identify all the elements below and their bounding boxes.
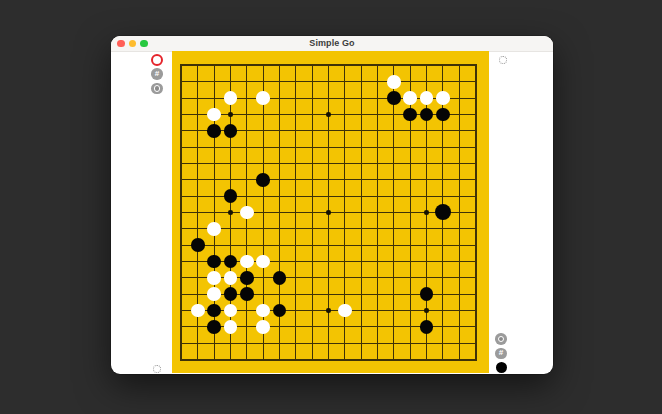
star-point	[228, 112, 233, 117]
minimize-button[interactable]	[129, 40, 137, 48]
black-stone[interactable]	[273, 304, 287, 318]
white-player-ring-icon[interactable]	[151, 54, 164, 67]
black-stone[interactable]	[207, 255, 221, 269]
zoom-button[interactable]	[140, 40, 148, 48]
white-stone[interactable]	[207, 108, 221, 122]
white-stone[interactable]	[240, 255, 254, 269]
star-point	[326, 210, 331, 215]
black-stone[interactable]	[436, 108, 450, 122]
white-stone[interactable]	[207, 222, 221, 236]
star-point	[326, 112, 331, 117]
black-stone[interactable]	[191, 238, 205, 252]
white-stone[interactable]	[256, 320, 270, 334]
white-stone[interactable]	[403, 91, 417, 105]
black-stone[interactable]	[240, 287, 254, 301]
target-icon-inner-ring	[154, 85, 161, 92]
black-stone[interactable]	[420, 108, 434, 122]
white-stone[interactable]	[224, 304, 238, 318]
black-stone[interactable]	[207, 304, 221, 318]
star-point	[228, 210, 233, 215]
target-icon-left[interactable]	[151, 83, 163, 95]
close-button[interactable]	[117, 40, 125, 48]
desktop-background: Simple Go # #	[0, 0, 662, 414]
black-stone[interactable]	[256, 173, 270, 187]
black-stone[interactable]	[435, 204, 451, 220]
black-stone[interactable]	[207, 124, 221, 138]
traffic-lights	[117, 36, 148, 51]
go-board[interactable]	[172, 51, 489, 373]
dotted-circle-icon-top-right	[499, 56, 508, 65]
target-icon-right[interactable]	[495, 333, 507, 345]
black-stone[interactable]	[224, 255, 238, 269]
black-stone[interactable]	[207, 320, 221, 334]
black-stone[interactable]	[240, 271, 254, 285]
titlebar: Simple Go	[111, 36, 553, 52]
white-stone[interactable]	[436, 91, 450, 105]
window-title: Simple Go	[309, 38, 354, 48]
black-stone[interactable]	[273, 271, 287, 285]
black-stone[interactable]	[387, 91, 401, 105]
white-stone[interactable]	[224, 320, 238, 334]
white-stone[interactable]	[207, 287, 221, 301]
target-icon-inner-ring	[498, 336, 505, 343]
black-player-disc-icon[interactable]	[496, 362, 507, 373]
white-stone[interactable]	[338, 304, 352, 318]
white-stone[interactable]	[240, 206, 254, 220]
star-point	[424, 308, 429, 313]
go-board-grid[interactable]	[181, 65, 476, 360]
app-window: Simple Go # #	[111, 36, 553, 374]
white-stone[interactable]	[256, 304, 270, 318]
hash-icon-right[interactable]: #	[495, 348, 507, 360]
black-stone[interactable]	[420, 287, 434, 301]
white-stone[interactable]	[224, 271, 238, 285]
black-stone[interactable]	[403, 108, 417, 122]
dotted-circle-icon-bottom-left	[153, 365, 162, 374]
white-stone[interactable]	[256, 255, 270, 269]
star-point	[326, 308, 331, 313]
star-point	[424, 210, 429, 215]
white-stone[interactable]	[224, 91, 238, 105]
white-stone[interactable]	[387, 75, 401, 89]
white-stone[interactable]	[191, 304, 205, 318]
hash-icon-left[interactable]: #	[151, 68, 163, 80]
white-stone[interactable]	[207, 271, 221, 285]
black-stone[interactable]	[224, 124, 238, 138]
black-stone[interactable]	[224, 287, 238, 301]
black-stone[interactable]	[420, 320, 434, 334]
white-stone[interactable]	[256, 91, 270, 105]
white-stone[interactable]	[420, 91, 434, 105]
black-stone[interactable]	[224, 189, 238, 203]
